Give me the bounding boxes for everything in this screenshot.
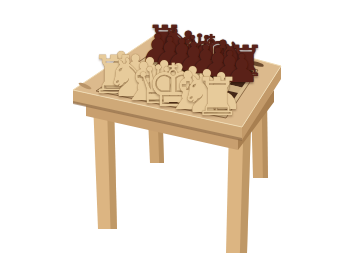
piece-white-rook-h1[interactable]: ♜ xyxy=(193,71,240,124)
chess-table-photo: ♜♞♝♛♚♝♞♜♟♟♟♟♟♟♟♟♟♟♟♟♟♟♟♟♜♞♝♛♚♝♞♜ xyxy=(0,0,360,270)
